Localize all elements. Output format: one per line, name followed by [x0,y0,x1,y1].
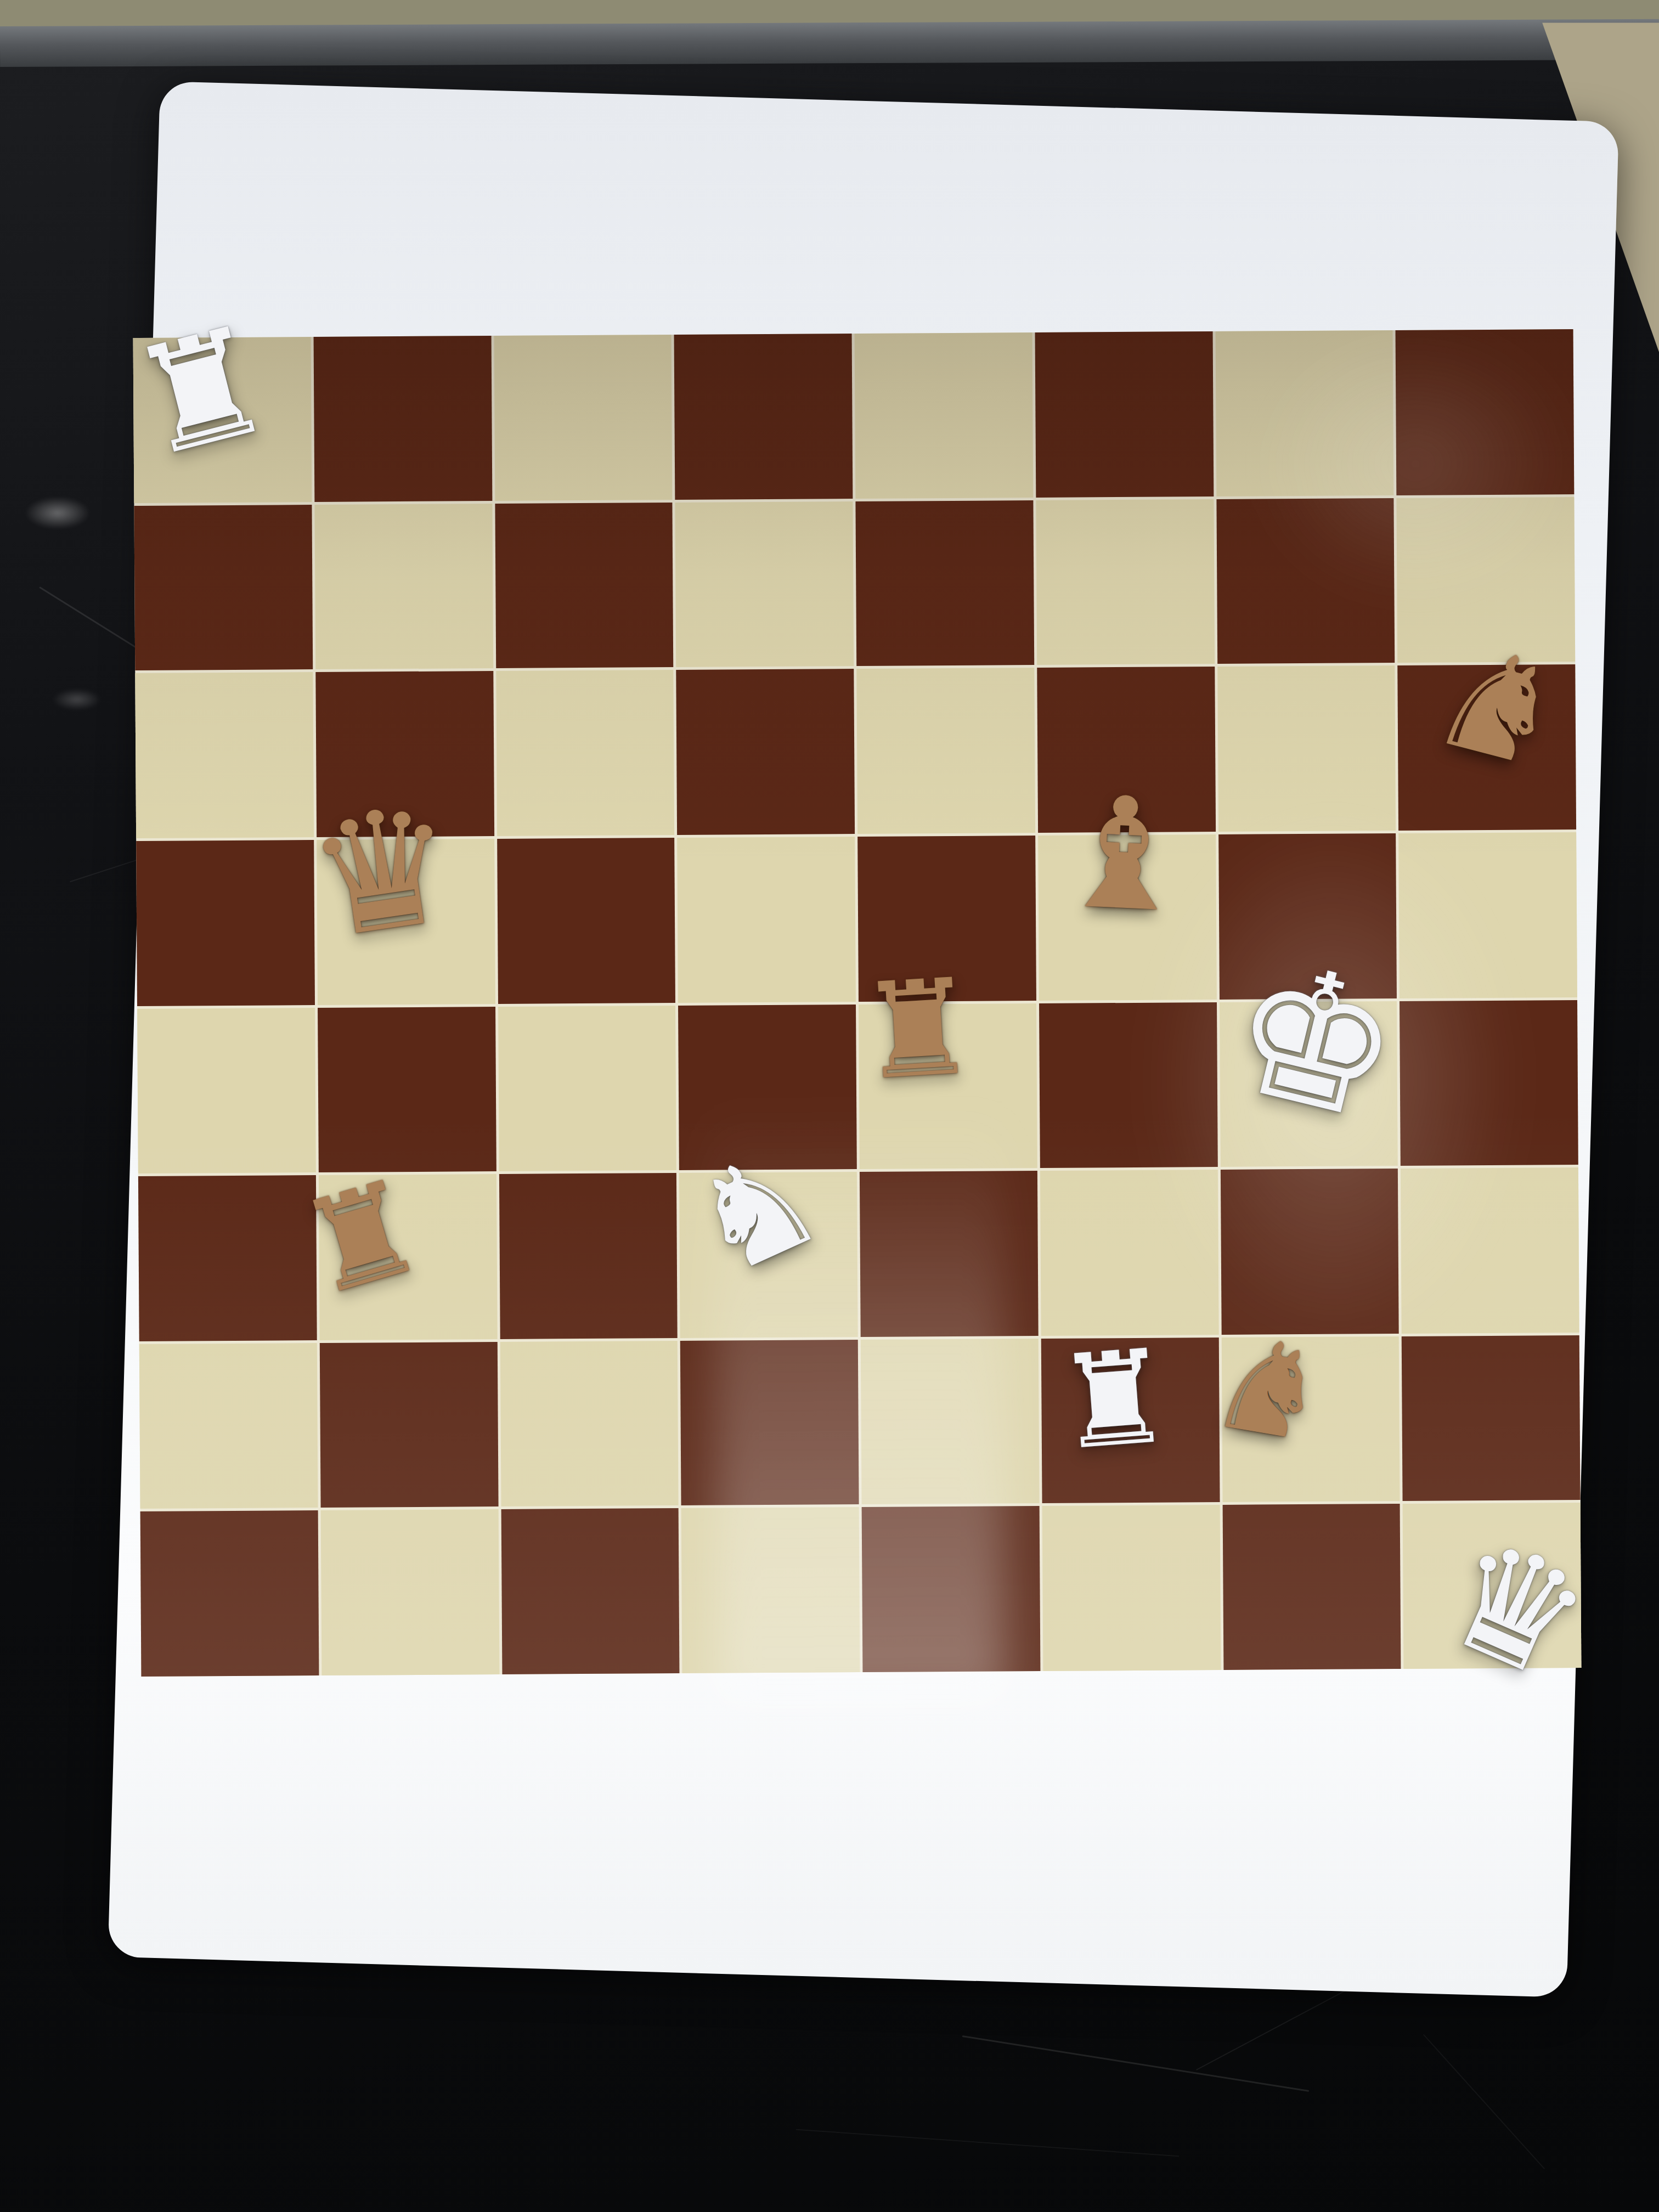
table-scuff [52,689,101,710]
board-grid [133,329,1582,1677]
square-h1 [1403,1503,1582,1669]
square-d8 [674,334,853,500]
square-d1 [681,1507,860,1673]
table-scratch [796,2129,1179,2157]
square-c2 [500,1341,679,1507]
photo-scene: ♜♞♛♝♜♚♜♞♜♞♛ [0,0,1659,2212]
square-e5 [857,836,1036,1002]
square-b8 [313,336,492,502]
square-a4 [137,1008,316,1174]
square-h2 [1402,1335,1581,1502]
square-g5 [1218,833,1397,1000]
square-f8 [1035,331,1214,498]
square-e7 [855,500,1034,667]
square-e6 [856,668,1035,834]
square-g3 [1220,1169,1399,1335]
square-f1 [1042,1505,1221,1671]
square-h7 [1397,497,1576,663]
table-scratch [962,2035,1310,2092]
square-b6 [315,671,494,837]
square-f5 [1038,834,1217,1001]
square-f7 [1036,499,1215,665]
square-c6 [496,670,675,836]
table-scratch [1423,2034,1545,2170]
square-h4 [1400,1000,1578,1166]
square-d2 [680,1340,859,1506]
square-a8 [133,337,312,503]
square-g7 [1216,498,1395,664]
square-d4 [678,1005,857,1171]
square-f6 [1037,667,1216,833]
square-c3 [499,1173,678,1339]
square-a3 [138,1175,317,1341]
square-e2 [861,1339,1040,1505]
square-f2 [1041,1338,1220,1504]
square-d6 [676,669,855,835]
table-edge [0,19,1659,67]
square-g6 [1217,665,1396,832]
square-d5 [677,837,856,1003]
square-b2 [320,1342,499,1508]
square-b5 [317,839,495,1005]
square-b4 [318,1007,496,1173]
square-h5 [1398,832,1577,998]
square-d3 [679,1172,858,1338]
square-g4 [1220,1001,1398,1167]
chessboard: ♜♞♛♝♜♚♜♞♜♞♛ [133,329,1582,1677]
square-g1 [1222,1504,1401,1670]
square-a5 [136,840,315,1006]
square-a6 [135,672,314,838]
square-e4 [859,1003,1037,1170]
square-f3 [1040,1170,1219,1336]
square-h3 [1401,1167,1579,1334]
square-c8 [494,335,673,501]
square-a7 [134,505,313,671]
square-b7 [314,504,493,670]
square-b3 [319,1174,498,1340]
square-h6 [1398,664,1577,831]
square-b1 [320,1509,499,1675]
square-g2 [1221,1336,1400,1503]
table-scuff [25,496,91,529]
square-d7 [675,501,854,668]
square-a1 [140,1510,319,1677]
square-e1 [862,1506,1041,1672]
square-f4 [1039,1002,1218,1168]
square-c7 [495,503,674,669]
square-e3 [860,1171,1039,1337]
square-c5 [497,838,676,1004]
square-c4 [498,1006,677,1172]
square-c1 [501,1508,680,1674]
square-e8 [855,332,1034,499]
square-a2 [139,1343,318,1509]
square-g8 [1215,330,1394,496]
square-h8 [1396,329,1575,495]
